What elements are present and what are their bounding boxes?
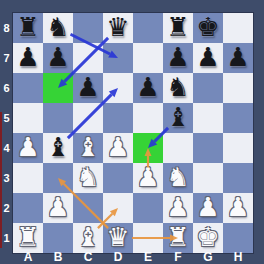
piece-black-pawn-g7[interactable]: ♟ <box>193 43 223 73</box>
piece-black-pawn-b7[interactable]: ♟ <box>43 43 73 73</box>
piece-white-queen-d1[interactable]: ♛ <box>103 223 133 253</box>
rank-label-2: 2 <box>0 193 13 223</box>
square-g4[interactable] <box>193 133 223 163</box>
square-b4[interactable]: ♝ <box>43 133 73 163</box>
square-b2[interactable]: ♟ <box>43 193 73 223</box>
square-h6[interactable] <box>223 73 253 103</box>
square-h2[interactable]: ♟ <box>223 193 253 223</box>
square-h3[interactable] <box>223 163 253 193</box>
square-b8[interactable]: ♞ <box>43 13 73 43</box>
square-d1[interactable]: ♛ <box>103 223 133 253</box>
square-f2[interactable]: ♟ <box>163 193 193 223</box>
rank-label-7: 7 <box>0 43 13 73</box>
piece-black-knight-b8[interactable]: ♞ <box>43 13 73 43</box>
square-c3[interactable]: ♞ <box>73 163 103 193</box>
square-b1[interactable] <box>43 223 73 253</box>
file-label-E: E <box>133 251 163 264</box>
piece-white-bishop-c4[interactable]: ♝ <box>73 133 103 163</box>
square-a1[interactable]: ♜ <box>13 223 43 253</box>
square-g2[interactable]: ♟ <box>193 193 223 223</box>
file-label-A: A <box>13 251 43 264</box>
square-d8[interactable]: ♛ <box>103 13 133 43</box>
square-c8[interactable] <box>73 13 103 43</box>
piece-white-pawn-h2[interactable]: ♟ <box>223 193 253 223</box>
square-c4[interactable]: ♝ <box>73 133 103 163</box>
square-g3[interactable] <box>193 163 223 193</box>
piece-white-pawn-b2[interactable]: ♟ <box>43 193 73 223</box>
piece-white-rook-f1[interactable]: ♜ <box>163 223 193 253</box>
square-g5[interactable] <box>193 103 223 133</box>
square-c6[interactable]: ♟ <box>73 73 103 103</box>
square-f3[interactable]: ♞ <box>163 163 193 193</box>
square-h7[interactable]: ♟ <box>223 43 253 73</box>
square-c5[interactable] <box>73 103 103 133</box>
square-g8[interactable]: ♚ <box>193 13 223 43</box>
piece-black-pawn-a7[interactable]: ♟ <box>13 43 43 73</box>
piece-white-pawn-d4[interactable]: ♟ <box>103 133 133 163</box>
piece-black-pawn-f7[interactable]: ♟ <box>163 43 193 73</box>
square-c7[interactable] <box>73 43 103 73</box>
square-d2[interactable] <box>103 193 133 223</box>
square-a8[interactable]: ♜ <box>13 13 43 43</box>
piece-white-knight-c3[interactable]: ♞ <box>73 163 103 193</box>
piece-black-pawn-e6[interactable]: ♟ <box>133 73 163 103</box>
square-e7[interactable] <box>133 43 163 73</box>
piece-black-queen-d8[interactable]: ♛ <box>103 13 133 43</box>
square-d7[interactable] <box>103 43 133 73</box>
square-f6[interactable]: ♞ <box>163 73 193 103</box>
rank-label-8: 8 <box>0 13 13 43</box>
square-h5[interactable] <box>223 103 253 133</box>
piece-white-pawn-f2[interactable]: ♟ <box>163 193 193 223</box>
square-d5[interactable] <box>103 103 133 133</box>
square-f4[interactable] <box>163 133 193 163</box>
rank-label-1: 1 <box>0 223 13 253</box>
square-b5[interactable] <box>43 103 73 133</box>
square-d6[interactable] <box>103 73 133 103</box>
square-c2[interactable] <box>73 193 103 223</box>
piece-black-pawn-c6[interactable]: ♟ <box>73 73 103 103</box>
square-f1[interactable]: ♜ <box>163 223 193 253</box>
file-label-H: H <box>223 251 253 264</box>
square-d4[interactable]: ♟ <box>103 133 133 163</box>
square-a6[interactable] <box>13 73 43 103</box>
square-f8[interactable]: ♜ <box>163 13 193 43</box>
square-b3[interactable] <box>43 163 73 193</box>
square-a2[interactable] <box>13 193 43 223</box>
square-a3[interactable] <box>13 163 43 193</box>
square-f7[interactable]: ♟ <box>163 43 193 73</box>
square-a7[interactable]: ♟ <box>13 43 43 73</box>
chess-board-widget: ♜♞♛♜♚♟♟♟♟♟♟♟♞♝♟♝♝♟♞♟♞♟♟♟♟♜♝♛♜♚ 87654321A… <box>0 0 264 264</box>
square-b7[interactable]: ♟ <box>43 43 73 73</box>
square-h8[interactable] <box>223 13 253 43</box>
square-a4[interactable]: ♟ <box>13 133 43 163</box>
piece-black-pawn-h7[interactable]: ♟ <box>223 43 253 73</box>
square-e3[interactable]: ♟ <box>133 163 163 193</box>
piece-white-king-g1[interactable]: ♚ <box>193 223 223 253</box>
square-e4[interactable] <box>133 133 163 163</box>
square-g6[interactable] <box>193 73 223 103</box>
square-e2[interactable] <box>133 193 163 223</box>
piece-black-king-g8[interactable]: ♚ <box>193 13 223 43</box>
piece-black-knight-f6[interactable]: ♞ <box>163 73 193 103</box>
file-label-F: F <box>163 251 193 264</box>
chess-board: ♜♞♛♜♚♟♟♟♟♟♟♟♞♝♟♝♝♟♞♟♞♟♟♟♟♜♝♛♜♚ <box>13 13 253 253</box>
square-f5[interactable]: ♝ <box>163 103 193 133</box>
file-label-D: D <box>103 251 133 264</box>
piece-white-knight-f3[interactable]: ♞ <box>163 163 193 193</box>
piece-white-rook-a1[interactable]: ♜ <box>13 223 43 253</box>
square-e1[interactable] <box>133 223 163 253</box>
piece-white-bishop-c1[interactable]: ♝ <box>73 223 103 253</box>
square-h4[interactable] <box>223 133 253 163</box>
square-e8[interactable] <box>133 13 163 43</box>
square-e5[interactable] <box>133 103 163 133</box>
file-label-G: G <box>193 251 223 264</box>
rank-label-3: 3 <box>0 163 13 193</box>
piece-black-bishop-f5[interactable]: ♝ <box>163 103 193 133</box>
square-g7[interactable]: ♟ <box>193 43 223 73</box>
square-b6[interactable] <box>43 73 73 103</box>
square-g1[interactable]: ♚ <box>193 223 223 253</box>
piece-white-pawn-a4[interactable]: ♟ <box>13 133 43 163</box>
piece-black-rook-f8[interactable]: ♜ <box>163 13 193 43</box>
file-label-C: C <box>73 251 103 264</box>
piece-black-bishop-b4[interactable]: ♝ <box>43 133 73 163</box>
square-h1[interactable] <box>223 223 253 253</box>
file-label-B: B <box>43 251 73 264</box>
piece-white-pawn-e3[interactable]: ♟ <box>133 163 163 193</box>
square-d3[interactable] <box>103 163 133 193</box>
piece-black-rook-a8[interactable]: ♜ <box>13 13 43 43</box>
rank-label-4: 4 <box>0 133 13 163</box>
square-c1[interactable]: ♝ <box>73 223 103 253</box>
rank-label-5: 5 <box>0 103 13 133</box>
rank-label-6: 6 <box>0 73 13 103</box>
square-a5[interactable] <box>13 103 43 133</box>
square-e6[interactable]: ♟ <box>133 73 163 103</box>
piece-white-pawn-g2[interactable]: ♟ <box>193 193 223 223</box>
